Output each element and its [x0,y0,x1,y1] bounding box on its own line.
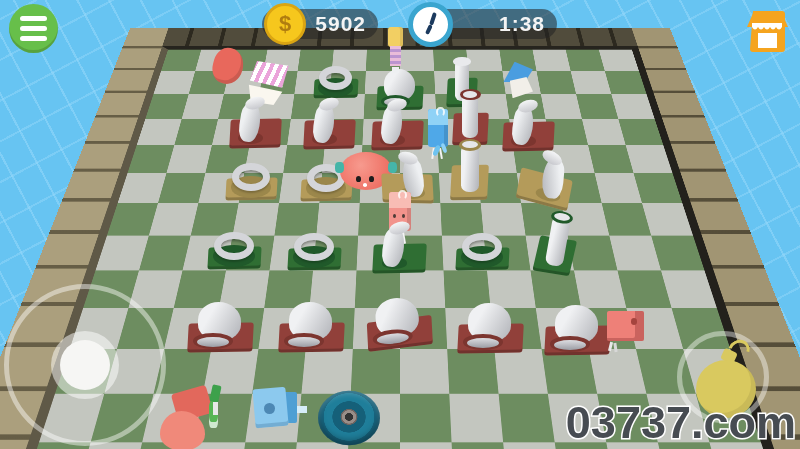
red-box-creature [605,309,649,351]
green-torus-pipe [460,232,506,266]
green-torus-pipe [317,65,355,95]
storefront-icon [743,7,792,56]
red-forward-elbow-pipe [283,302,339,348]
joystick-base[interactable] [4,284,166,446]
hamburger-icon [20,16,47,21]
dollar-coin-icon: $ [264,3,306,45]
red-forward-elbow-pipe [368,295,429,347]
red-forward-elbow-pipe [462,303,518,349]
blond-villager [384,27,408,73]
tan-elbow-pipe [519,147,575,205]
tan-vertical-pipe [454,140,486,194]
water-splash [432,143,450,159]
coin-count: 5902 [315,12,366,36]
red-vertical-pipe [455,90,485,140]
menu-button[interactable] [9,4,58,53]
clock-icon [408,2,453,47]
game-screen: 5902 $ 1:38 03737.com [0,0,800,449]
watermark: 03737.com [566,397,796,449]
red-elbow-pipe [308,99,352,145]
green-torus-pipe [212,231,258,265]
teal-spinning-top [318,389,380,447]
green-elbow-pipe [377,223,423,269]
green-torus-pipe [292,232,338,266]
joystick-knob[interactable] [60,340,110,390]
red-forward-elbow-pipe [192,302,248,348]
red-forward-elbow-pipe [549,305,605,351]
red-elbow-pipe [376,100,420,146]
timer-value: 1:38 [499,12,545,36]
red-elbow-pipe [507,101,551,147]
shop-button[interactable] [743,7,792,56]
red-elbow-pipe [234,98,278,144]
blue-box-machine [251,386,305,432]
milk-carton-piece [501,61,541,99]
sprout-item [208,385,224,415]
tan-torus-pipe [230,162,274,196]
